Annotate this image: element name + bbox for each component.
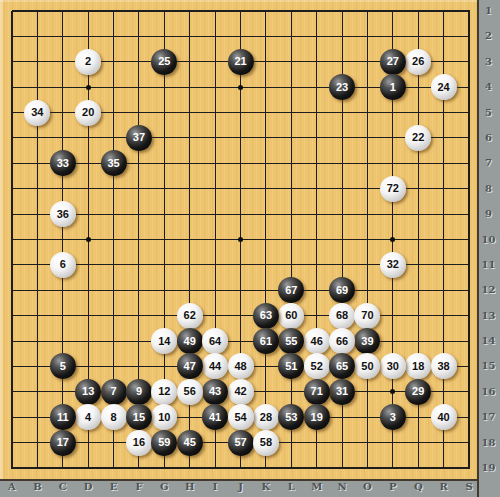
grid-vline-K: [265, 11, 266, 469]
stone-black-57[interactable]: 57: [228, 430, 254, 456]
grid-hline-7: [12, 163, 470, 164]
grid-vline-B: [37, 11, 38, 469]
stone-black-29[interactable]: 29: [405, 379, 431, 405]
col-label-S: S: [459, 481, 479, 492]
board-top-edge-highlight: [0, 0, 477, 2]
stone-black-59[interactable]: 59: [151, 430, 177, 456]
stone-white-54[interactable]: 54: [228, 404, 254, 430]
row-label-16: 16: [479, 386, 498, 397]
stone-black-13[interactable]: 13: [75, 379, 101, 405]
grid-vline-O: [367, 11, 368, 469]
stone-black-15[interactable]: 15: [126, 404, 152, 430]
col-label-R: R: [434, 481, 454, 492]
stone-white-22[interactable]: 22: [405, 125, 431, 151]
stone-white-66[interactable]: 66: [329, 328, 355, 354]
grid-hline-19: [12, 467, 470, 469]
stone-white-2[interactable]: 2: [75, 49, 101, 75]
row-label-8: 8: [479, 183, 498, 194]
row-label-13: 13: [479, 310, 498, 321]
col-label-B: B: [27, 481, 47, 492]
stone-black-31[interactable]: 31: [329, 379, 355, 405]
stone-black-43[interactable]: 43: [202, 379, 228, 405]
row-label-6: 6: [479, 132, 498, 143]
row-label-strip: [477, 0, 500, 497]
stone-black-49[interactable]: 49: [177, 328, 203, 354]
col-label-M: M: [307, 481, 327, 492]
col-label-N: N: [332, 481, 352, 492]
col-label-P: P: [383, 481, 403, 492]
stone-white-12[interactable]: 12: [151, 379, 177, 405]
col-label-I: I: [205, 481, 225, 492]
stone-black-71[interactable]: 71: [304, 379, 330, 405]
stone-black-3[interactable]: 3: [380, 404, 406, 430]
stone-black-37[interactable]: 37: [126, 125, 152, 151]
stone-white-72[interactable]: 72: [380, 176, 406, 202]
stone-white-62[interactable]: 62: [177, 303, 203, 329]
stone-white-38[interactable]: 38: [431, 353, 457, 379]
stone-black-27[interactable]: 27: [380, 49, 406, 75]
grid-vline-A: [11, 11, 13, 469]
col-label-K: K: [256, 481, 276, 492]
stone-black-63[interactable]: 63: [253, 303, 279, 329]
star-point-D4: [86, 85, 91, 90]
grid-hline-1: [12, 10, 470, 12]
stone-white-6[interactable]: 6: [50, 252, 76, 278]
row-label-7: 7: [479, 157, 498, 168]
row-label-3: 3: [479, 56, 498, 67]
grid-vline-C: [62, 11, 63, 469]
stone-black-19[interactable]: 19: [304, 404, 330, 430]
stone-black-1[interactable]: 1: [380, 74, 406, 100]
row-label-1: 1: [479, 5, 498, 16]
grid-hline-12: [12, 290, 470, 291]
col-label-O: O: [357, 481, 377, 492]
col-label-E: E: [104, 481, 124, 492]
row-label-15: 15: [479, 360, 498, 371]
stone-black-35[interactable]: 35: [101, 150, 127, 176]
stone-white-8[interactable]: 8: [101, 404, 127, 430]
stone-black-9[interactable]: 9: [126, 379, 152, 405]
row-label-11: 11: [479, 259, 498, 270]
stone-white-68[interactable]: 68: [329, 303, 355, 329]
board-left-edge-highlight: [0, 0, 3, 480]
stone-white-42[interactable]: 42: [228, 379, 254, 405]
col-label-H: H: [180, 481, 200, 492]
col-label-G: G: [154, 481, 174, 492]
stone-white-48[interactable]: 48: [228, 353, 254, 379]
col-label-J: J: [231, 481, 251, 492]
col-label-C: C: [53, 481, 73, 492]
stone-black-17[interactable]: 17: [50, 430, 76, 456]
col-label-A: A: [2, 481, 22, 492]
star-point-D10: [86, 237, 91, 242]
stone-black-45[interactable]: 45: [177, 430, 203, 456]
row-label-2: 2: [479, 30, 498, 41]
stone-white-46[interactable]: 46: [304, 328, 330, 354]
row-label-10: 10: [479, 234, 498, 245]
col-label-F: F: [129, 481, 149, 492]
grid-hline-13: [12, 315, 470, 316]
col-label-Q: Q: [408, 481, 428, 492]
grid-hline-6: [12, 137, 470, 138]
stone-white-52[interactable]: 52: [304, 353, 330, 379]
grid-vline-S: [468, 11, 470, 469]
stone-white-20[interactable]: 20: [75, 100, 101, 126]
stone-black-11[interactable]: 11: [50, 404, 76, 430]
row-label-5: 5: [479, 107, 498, 118]
stone-white-26[interactable]: 26: [405, 49, 431, 75]
grid-hline-14: [12, 341, 470, 342]
stone-white-34[interactable]: 34: [24, 100, 50, 126]
row-label-18: 18: [479, 437, 498, 448]
star-point-J10: [238, 237, 243, 242]
stone-white-70[interactable]: 70: [354, 303, 380, 329]
stone-black-47[interactable]: 47: [177, 353, 203, 379]
go-board-window: 12345678910111213141516171819ABCDEFGHIJK…: [0, 0, 500, 497]
stone-black-33[interactable]: 33: [50, 150, 76, 176]
stone-black-25[interactable]: 25: [151, 49, 177, 75]
stone-white-24[interactable]: 24: [431, 74, 457, 100]
stone-white-16[interactable]: 16: [126, 430, 152, 456]
grid-hline-2: [12, 36, 470, 37]
col-label-L: L: [281, 481, 301, 492]
stone-black-21[interactable]: 21: [228, 49, 254, 75]
row-label-12: 12: [479, 284, 498, 295]
stone-white-40[interactable]: 40: [431, 404, 457, 430]
stone-black-61[interactable]: 61: [253, 328, 279, 354]
row-label-14: 14: [479, 335, 498, 346]
row-label-9: 9: [479, 208, 498, 219]
stone-white-32[interactable]: 32: [380, 252, 406, 278]
stone-white-56[interactable]: 56: [177, 379, 203, 405]
stone-white-36[interactable]: 36: [50, 201, 76, 227]
stone-white-64[interactable]: 64: [202, 328, 228, 354]
row-label-17: 17: [479, 411, 498, 422]
stone-white-28[interactable]: 28: [253, 404, 279, 430]
star-point-J4: [238, 85, 243, 90]
row-label-19: 19: [479, 462, 498, 473]
row-label-4: 4: [479, 81, 498, 92]
stone-black-7[interactable]: 7: [101, 379, 127, 405]
grid-vline-L: [291, 11, 292, 469]
stone-white-60[interactable]: 60: [278, 303, 304, 329]
stone-white-58[interactable]: 58: [253, 430, 279, 456]
grid-hline-9: [12, 214, 470, 215]
col-label-D: D: [78, 481, 98, 492]
